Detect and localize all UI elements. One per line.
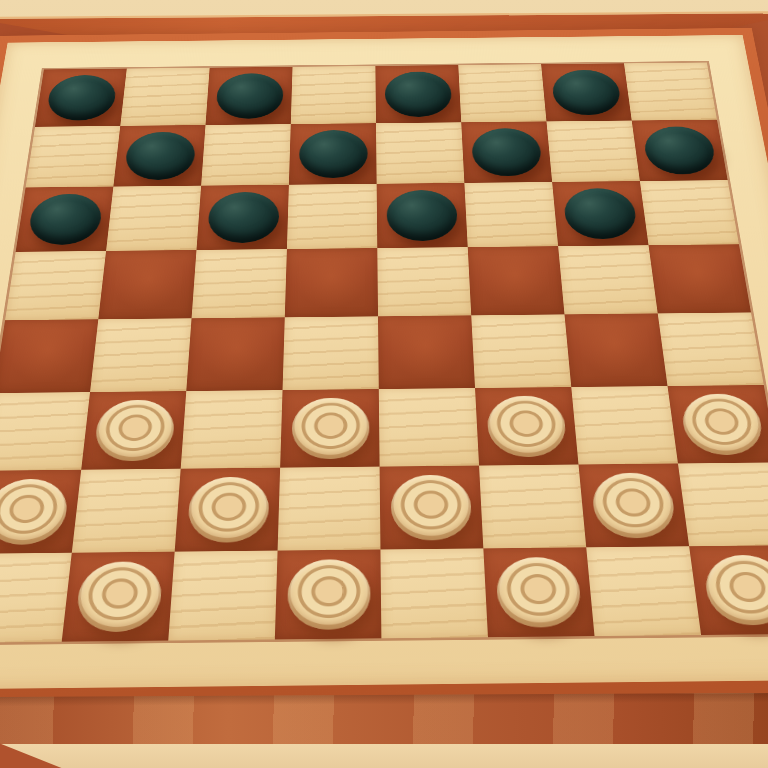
square-12[interactable] xyxy=(552,181,648,246)
square-r3c8 xyxy=(640,180,739,245)
square-2[interactable] xyxy=(206,67,293,125)
square-r1c4 xyxy=(291,66,376,124)
light-piece[interactable] xyxy=(286,559,370,630)
dark-piece[interactable] xyxy=(206,191,279,242)
square-r5c6 xyxy=(471,314,571,388)
square-18[interactable] xyxy=(186,317,284,391)
square-25[interactable] xyxy=(0,470,81,554)
light-piece[interactable] xyxy=(679,393,766,455)
board-grid xyxy=(0,63,768,643)
square-14[interactable] xyxy=(285,248,378,317)
square-r1c8 xyxy=(624,63,717,121)
light-piece[interactable] xyxy=(701,554,768,625)
square-23[interactable] xyxy=(475,387,578,466)
square-r6c5 xyxy=(379,388,479,467)
square-r7c2 xyxy=(72,469,181,553)
checkers-photo-scene xyxy=(0,0,768,768)
square-5[interactable] xyxy=(113,125,205,187)
square-r6c1 xyxy=(0,392,90,471)
square-r4c3 xyxy=(192,249,287,318)
square-16[interactable] xyxy=(649,244,751,313)
square-1[interactable] xyxy=(35,69,127,127)
board-frame xyxy=(0,35,768,690)
light-piece[interactable] xyxy=(0,478,70,544)
square-r3c2 xyxy=(106,186,201,251)
square-11[interactable] xyxy=(377,183,468,248)
square-17[interactable] xyxy=(0,319,98,393)
square-8[interactable] xyxy=(632,120,728,181)
square-r6c3 xyxy=(181,390,283,469)
light-piece[interactable] xyxy=(186,476,269,542)
board-front-edge xyxy=(0,693,768,749)
light-piece[interactable] xyxy=(74,561,163,632)
square-r5c4 xyxy=(283,316,379,390)
dark-piece[interactable] xyxy=(26,193,103,245)
checkers-board xyxy=(0,28,768,702)
square-r5c8 xyxy=(658,312,764,386)
square-r8c3 xyxy=(168,551,277,641)
square-r4c7 xyxy=(558,245,658,314)
dark-piece[interactable] xyxy=(550,69,621,115)
square-13[interactable] xyxy=(98,250,196,319)
square-3[interactable] xyxy=(375,65,461,123)
square-r6c7 xyxy=(571,386,678,464)
square-r5c2 xyxy=(90,318,192,392)
square-31[interactable] xyxy=(483,547,594,637)
square-15[interactable] xyxy=(468,246,565,315)
dark-piece[interactable] xyxy=(471,128,543,176)
square-r2c5 xyxy=(376,122,464,183)
light-piece[interactable] xyxy=(486,395,568,457)
square-26[interactable] xyxy=(175,468,280,552)
square-19[interactable] xyxy=(378,315,475,389)
dark-piece[interactable] xyxy=(386,190,458,241)
table-surface xyxy=(0,744,768,768)
square-30[interactable] xyxy=(275,549,382,639)
square-r3c4 xyxy=(287,184,377,249)
light-piece[interactable] xyxy=(390,474,472,540)
dark-piece[interactable] xyxy=(384,71,452,117)
light-piece[interactable] xyxy=(93,399,176,461)
square-r7c6 xyxy=(479,465,586,549)
dark-piece[interactable] xyxy=(298,130,367,179)
square-r8c7 xyxy=(586,546,701,636)
square-r4c1 xyxy=(5,251,106,320)
dark-piece[interactable] xyxy=(45,75,117,121)
light-piece[interactable] xyxy=(291,397,369,459)
square-r1c2 xyxy=(120,68,209,126)
square-r8c5 xyxy=(380,548,487,638)
square-r8c1 xyxy=(0,553,72,643)
dark-piece[interactable] xyxy=(123,131,196,180)
square-32[interactable] xyxy=(689,545,768,635)
square-r2c7 xyxy=(546,121,639,182)
square-28[interactable] xyxy=(578,463,689,547)
square-7[interactable] xyxy=(461,121,552,182)
square-21[interactable] xyxy=(81,391,186,470)
square-20[interactable] xyxy=(564,313,667,387)
square-r7c8 xyxy=(678,462,768,546)
square-22[interactable] xyxy=(280,389,379,468)
square-24[interactable] xyxy=(668,385,768,463)
square-r4c5 xyxy=(377,247,471,316)
square-27[interactable] xyxy=(380,466,484,550)
square-9[interactable] xyxy=(16,187,114,252)
square-4[interactable] xyxy=(541,63,632,121)
square-r1c6 xyxy=(458,64,546,122)
square-r3c6 xyxy=(464,182,558,247)
square-6[interactable] xyxy=(289,123,377,185)
square-r2c3 xyxy=(201,124,291,186)
dark-piece[interactable] xyxy=(562,188,638,239)
square-r2c1 xyxy=(26,126,121,188)
square-29[interactable] xyxy=(62,552,175,642)
square-r7c4 xyxy=(278,467,381,551)
light-piece[interactable] xyxy=(590,472,677,538)
dark-piece[interactable] xyxy=(215,73,284,119)
light-piece[interactable] xyxy=(495,557,583,628)
dark-piece[interactable] xyxy=(642,126,718,174)
square-10[interactable] xyxy=(196,185,288,250)
